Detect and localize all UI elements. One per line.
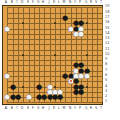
white-stone[interactable]: ● — [4, 73, 10, 79]
star-point — [86, 22, 88, 24]
column-label-bottom: C — [15, 107, 19, 109]
row-label-right: 17 — [105, 16, 109, 18]
row-label-right: 18 — [105, 11, 109, 13]
column-label-top: M — [62, 1, 66, 3]
column-label-top: S — [94, 1, 98, 3]
row-label-right: 7 — [105, 69, 107, 71]
column-label-bottom: B — [10, 107, 14, 109]
column-label-bottom: A — [4, 107, 8, 109]
row-label-right: 19 — [105, 5, 109, 7]
white-stone[interactable]: ● — [84, 73, 90, 79]
grid-line — [102, 7, 103, 102]
row-label-right: 8 — [105, 63, 107, 65]
row-label-right: 3 — [105, 90, 107, 92]
column-label-bottom: F — [31, 107, 35, 109]
row-label-right: 16 — [105, 21, 109, 23]
last-move-marker — [70, 80, 72, 82]
column-label-top: F — [31, 1, 35, 3]
column-label-bottom: Q — [84, 107, 88, 109]
white-stone[interactable]: ● — [78, 31, 84, 37]
column-label-top: T — [99, 1, 103, 3]
row-label-right: 4 — [105, 85, 107, 87]
black-stone[interactable]: ● — [78, 89, 84, 95]
column-label-top: E — [26, 1, 30, 3]
go-app-window: ●●●●●●●●●●●●●●●●●●●●●●●●●●●●●●●●●●●●●●●●… — [0, 0, 120, 120]
column-label-bottom: N — [68, 107, 72, 109]
row-label-right: 9 — [105, 58, 107, 60]
star-point — [86, 86, 88, 88]
column-label-top: H — [41, 1, 45, 3]
row-label-right: 2 — [105, 95, 107, 97]
column-label-top: J — [47, 1, 51, 3]
star-point — [54, 54, 56, 56]
column-label-bottom: H — [41, 107, 45, 109]
column-label-top: D — [20, 1, 24, 3]
star-point — [86, 54, 88, 56]
black-stone[interactable]: ● — [10, 84, 16, 90]
row-label-right: 10 — [105, 53, 109, 55]
black-stone[interactable]: ● — [62, 15, 68, 21]
column-label-bottom: S — [94, 107, 98, 109]
column-label-bottom: G — [36, 107, 40, 109]
column-label-bottom: P — [78, 107, 82, 109]
column-label-bottom: O — [73, 107, 77, 109]
row-label-right: 12 — [105, 42, 109, 44]
column-label-bottom: M — [62, 107, 66, 109]
row-label-right: 15 — [105, 27, 109, 29]
column-label-top: L — [57, 1, 61, 3]
column-label-top: C — [15, 1, 19, 3]
black-stone[interactable]: ● — [36, 84, 42, 90]
column-label-bottom: D — [20, 107, 24, 109]
star-point — [22, 54, 24, 56]
column-label-bottom: E — [26, 107, 30, 109]
black-stone[interactable]: ● — [15, 94, 21, 100]
row-label-right: 13 — [105, 37, 109, 39]
row-label-right: 6 — [105, 74, 107, 76]
grid-line — [7, 102, 102, 103]
star-point — [54, 22, 56, 24]
grid-line — [92, 7, 93, 102]
white-stone[interactable]: ● — [4, 26, 10, 32]
column-label-bottom: R — [89, 107, 93, 109]
column-label-top: K — [52, 1, 56, 3]
column-label-top: R — [89, 1, 93, 3]
star-point — [22, 22, 24, 24]
black-stone[interactable]: ● — [57, 94, 63, 100]
row-label-right: 14 — [105, 32, 109, 34]
column-label-bottom: K — [52, 107, 56, 109]
column-label-bottom: T — [99, 107, 103, 109]
column-label-bottom: J — [47, 107, 51, 109]
column-label-top: N — [68, 1, 72, 3]
star-point — [22, 86, 24, 88]
grid-line — [97, 7, 98, 102]
row-label-right: 1 — [105, 100, 107, 102]
row-label-right: 11 — [105, 48, 109, 50]
go-board[interactable]: ●●●●●●●●●●●●●●●●●●●●●●●●●●●●●●●●●●●●●●●●… — [2, 5, 103, 105]
column-label-top: Q — [84, 1, 88, 3]
column-label-top: G — [36, 1, 40, 3]
white-stone[interactable]: ● — [26, 94, 32, 100]
column-label-top: A — [4, 1, 8, 3]
row-label-right: 5 — [105, 79, 107, 81]
column-label-bottom: L — [57, 107, 61, 109]
column-label-top: O — [73, 1, 77, 3]
column-label-top: P — [78, 1, 82, 3]
column-label-top: B — [10, 1, 14, 3]
